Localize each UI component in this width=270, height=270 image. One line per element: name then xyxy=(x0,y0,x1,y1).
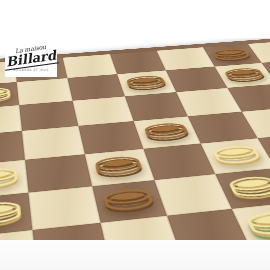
checker-dark-man[interactable]: ⛂ xyxy=(121,69,170,94)
brand-logo: La maison Billard BILLARDS ET JEUX xyxy=(5,40,57,77)
white-backdrop-top xyxy=(0,0,270,38)
checker-dark-man[interactable]: ⛂ xyxy=(97,178,159,219)
checker-light-man[interactable]: ⛂ xyxy=(0,80,13,106)
checker-light-man[interactable]: ⛂ xyxy=(0,190,25,233)
white-backdrop-bottom xyxy=(0,240,270,270)
brand-logo-line2: Billard xyxy=(3,48,59,70)
photo-scene: ⛂⛂⛂⛂⛂⛂⛂⛂⛂⛂⛂⛂⛂⛂⛂⛂⛂ La maison Billard BILL… xyxy=(0,0,270,270)
checker-dark-man[interactable]: ⛂ xyxy=(138,114,194,145)
